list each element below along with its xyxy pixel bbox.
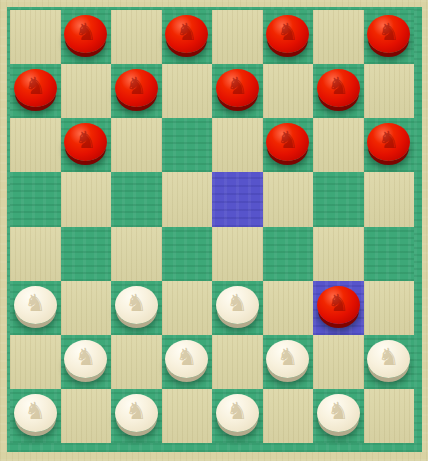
square-r2c1[interactable]: ♞ bbox=[10, 64, 61, 118]
square-r4c8[interactable] bbox=[364, 172, 415, 226]
square-r8c4[interactable] bbox=[162, 389, 213, 443]
knight-head-emblem-icon: ♞ bbox=[14, 69, 57, 103]
white-checker[interactable]: ♞ bbox=[317, 394, 360, 432]
knight-head-emblem-icon: ♞ bbox=[266, 340, 309, 374]
knight-head-emblem-icon: ♞ bbox=[367, 123, 410, 157]
knight-head-emblem-icon: ♞ bbox=[64, 340, 107, 374]
square-r7c5[interactable] bbox=[212, 335, 263, 389]
square-r6c5[interactable]: ♞ bbox=[212, 281, 263, 335]
square-r1c7[interactable] bbox=[313, 10, 364, 64]
knight-head-emblem-icon: ♞ bbox=[266, 15, 309, 49]
knight-head-emblem-icon: ♞ bbox=[115, 286, 158, 320]
square-r8c7[interactable]: ♞ bbox=[313, 389, 364, 443]
knight-head-emblem-icon: ♞ bbox=[216, 286, 259, 320]
knight-head-emblem-icon: ♞ bbox=[317, 69, 360, 103]
square-r5c4[interactable] bbox=[162, 227, 213, 281]
square-r3c8[interactable]: ♞ bbox=[364, 118, 415, 172]
square-r6c2[interactable] bbox=[61, 281, 112, 335]
checkers-board: ♞♞♞♞♞♞♞♞♞♞♞♞♞♞♞♞♞♞♞♞♞♞♞ bbox=[10, 10, 414, 443]
white-checker[interactable]: ♞ bbox=[266, 340, 309, 378]
square-r1c6[interactable]: ♞ bbox=[263, 10, 314, 64]
white-checker[interactable]: ♞ bbox=[115, 394, 158, 432]
square-r7c4[interactable]: ♞ bbox=[162, 335, 213, 389]
red-checker[interactable]: ♞ bbox=[367, 15, 410, 53]
knight-head-emblem-icon: ♞ bbox=[115, 69, 158, 103]
red-checker[interactable]: ♞ bbox=[14, 69, 57, 107]
red-checker[interactable]: ♞ bbox=[266, 15, 309, 53]
square-r7c7[interactable] bbox=[313, 335, 364, 389]
square-r3c1[interactable] bbox=[10, 118, 61, 172]
knight-head-emblem-icon: ♞ bbox=[266, 123, 309, 157]
checkers-app-window: ♞♞♞♞♞♞♞♞♞♞♞♞♞♞♞♞♞♞♞♞♞♞♞ bbox=[0, 0, 428, 461]
knight-head-emblem-icon: ♞ bbox=[14, 286, 57, 320]
white-checker[interactable]: ♞ bbox=[64, 340, 107, 378]
white-checker[interactable]: ♞ bbox=[14, 394, 57, 432]
square-r2c6[interactable] bbox=[263, 64, 314, 118]
square-r1c2[interactable]: ♞ bbox=[61, 10, 112, 64]
square-r4c7[interactable] bbox=[313, 172, 364, 226]
red-checker[interactable]: ♞ bbox=[367, 123, 410, 161]
square-r7c3[interactable] bbox=[111, 335, 162, 389]
square-r3c2[interactable]: ♞ bbox=[61, 118, 112, 172]
square-r3c6[interactable]: ♞ bbox=[263, 118, 314, 172]
square-r1c8[interactable]: ♞ bbox=[364, 10, 415, 64]
square-r5c2[interactable] bbox=[61, 227, 112, 281]
square-r6c8[interactable] bbox=[364, 281, 415, 335]
square-r7c8[interactable]: ♞ bbox=[364, 335, 415, 389]
knight-head-emblem-icon: ♞ bbox=[165, 15, 208, 49]
square-r2c2[interactable] bbox=[61, 64, 112, 118]
square-r2c3[interactable]: ♞ bbox=[111, 64, 162, 118]
square-r1c3[interactable] bbox=[111, 10, 162, 64]
red-checker[interactable]: ♞ bbox=[216, 69, 259, 107]
square-r4c4[interactable] bbox=[162, 172, 213, 226]
knight-head-emblem-icon: ♞ bbox=[317, 286, 360, 320]
red-checker[interactable]: ♞ bbox=[64, 15, 107, 53]
square-r7c6[interactable]: ♞ bbox=[263, 335, 314, 389]
knight-head-emblem-icon: ♞ bbox=[64, 123, 107, 157]
square-r6c3[interactable]: ♞ bbox=[111, 281, 162, 335]
square-r3c3[interactable] bbox=[111, 118, 162, 172]
square-r2c7[interactable]: ♞ bbox=[313, 64, 364, 118]
square-r2c8[interactable] bbox=[364, 64, 415, 118]
square-r1c5[interactable] bbox=[212, 10, 263, 64]
square-r7c1[interactable] bbox=[10, 335, 61, 389]
square-r8c6[interactable] bbox=[263, 389, 314, 443]
knight-head-emblem-icon: ♞ bbox=[14, 394, 57, 428]
white-checker[interactable]: ♞ bbox=[14, 286, 57, 324]
red-checker[interactable]: ♞ bbox=[64, 123, 107, 161]
square-r6c1[interactable]: ♞ bbox=[10, 281, 61, 335]
square-r3c7[interactable] bbox=[313, 118, 364, 172]
white-checker[interactable]: ♞ bbox=[115, 286, 158, 324]
knight-head-emblem-icon: ♞ bbox=[367, 15, 410, 49]
square-r5c6[interactable] bbox=[263, 227, 314, 281]
red-checker[interactable]: ♞ bbox=[317, 286, 360, 324]
knight-head-emblem-icon: ♞ bbox=[216, 69, 259, 103]
square-r6c4[interactable] bbox=[162, 281, 213, 335]
white-checker[interactable]: ♞ bbox=[216, 286, 259, 324]
red-checker[interactable]: ♞ bbox=[266, 123, 309, 161]
board-frame: ♞♞♞♞♞♞♞♞♞♞♞♞♞♞♞♞♞♞♞♞♞♞♞ bbox=[7, 7, 422, 452]
square-r6c6[interactable] bbox=[263, 281, 314, 335]
square-r5c8[interactable] bbox=[364, 227, 415, 281]
square-r8c1[interactable]: ♞ bbox=[10, 389, 61, 443]
red-checker[interactable]: ♞ bbox=[165, 15, 208, 53]
square-r6c7[interactable]: ♞ bbox=[313, 281, 364, 335]
square-r5c5[interactable] bbox=[212, 227, 263, 281]
square-r4c3[interactable] bbox=[111, 172, 162, 226]
square-r5c3[interactable] bbox=[111, 227, 162, 281]
square-r2c4[interactable] bbox=[162, 64, 213, 118]
square-r4c2[interactable] bbox=[61, 172, 112, 226]
square-r4c6[interactable] bbox=[263, 172, 314, 226]
red-checker[interactable]: ♞ bbox=[317, 69, 360, 107]
square-r8c3[interactable]: ♞ bbox=[111, 389, 162, 443]
white-checker[interactable]: ♞ bbox=[216, 394, 259, 432]
square-r7c2[interactable]: ♞ bbox=[61, 335, 112, 389]
knight-head-emblem-icon: ♞ bbox=[367, 340, 410, 374]
square-r4c5[interactable] bbox=[212, 172, 263, 226]
square-r3c5[interactable] bbox=[212, 118, 263, 172]
white-checker[interactable]: ♞ bbox=[367, 340, 410, 378]
square-r1c1[interactable] bbox=[10, 10, 61, 64]
knight-head-emblem-icon: ♞ bbox=[115, 394, 158, 428]
square-r8c2[interactable] bbox=[61, 389, 112, 443]
knight-head-emblem-icon: ♞ bbox=[216, 394, 259, 428]
square-r3c4[interactable] bbox=[162, 118, 213, 172]
square-r5c7[interactable] bbox=[313, 227, 364, 281]
white-checker[interactable]: ♞ bbox=[165, 340, 208, 378]
square-r8c5[interactable]: ♞ bbox=[212, 389, 263, 443]
square-r1c4[interactable]: ♞ bbox=[162, 10, 213, 64]
square-r2c5[interactable]: ♞ bbox=[212, 64, 263, 118]
square-r4c1[interactable] bbox=[10, 172, 61, 226]
square-r5c1[interactable] bbox=[10, 227, 61, 281]
knight-head-emblem-icon: ♞ bbox=[165, 340, 208, 374]
red-checker[interactable]: ♞ bbox=[115, 69, 158, 107]
knight-head-emblem-icon: ♞ bbox=[317, 394, 360, 428]
knight-head-emblem-icon: ♞ bbox=[64, 15, 107, 49]
square-r8c8[interactable] bbox=[364, 389, 415, 443]
